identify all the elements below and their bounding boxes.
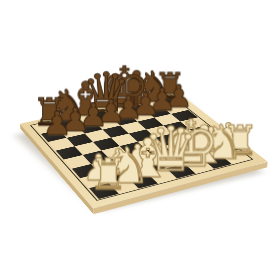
scene: ♜♞♝♛♚♝♞♜♟♟♟♟♟♟♟♟♟♟♟♟♟♟♟♟♜♞♝♛♚♝♞♜ — [0, 0, 280, 280]
board-grid: ♜♞♝♛♚♝♞♜♟♟♟♟♟♟♟♟♟♟♟♟♟♟♟♟♜♞♝♛♚♝♞♜ — [30, 94, 253, 200]
square-a1[interactable]: ♜ — [89, 183, 118, 198]
chess-set-photo: ♜♞♝♛♚♝♞♜♟♟♟♟♟♟♟♟♟♟♟♟♟♟♟♟♜♞♝♛♚♝♞♜ — [0, 0, 280, 280]
piece-black-pawn-a7[interactable]: ♟ — [35, 107, 79, 140]
chess-board: ♜♞♝♛♚♝♞♜♟♟♟♟♟♟♟♟♟♟♟♟♟♟♟♟♜♞♝♛♚♝♞♜ — [20, 90, 268, 208]
board-frame: ♜♞♝♛♚♝♞♜♟♟♟♟♟♟♟♟♟♟♟♟♟♟♟♟♜♞♝♛♚♝♞♜ — [20, 90, 268, 208]
piece-white-rook-a1[interactable]: ♜ — [83, 152, 132, 195]
